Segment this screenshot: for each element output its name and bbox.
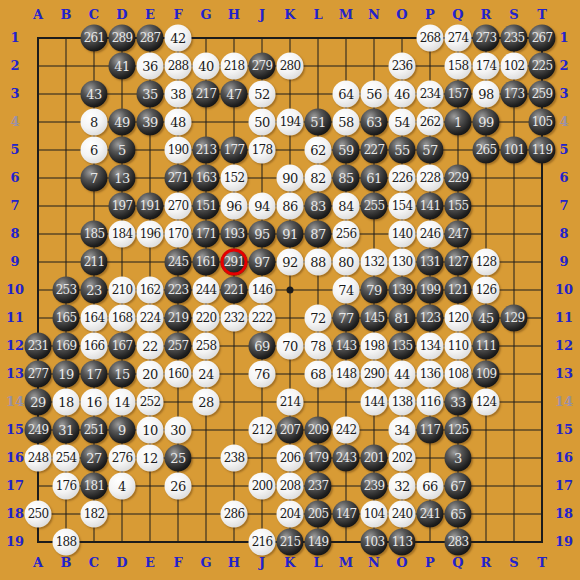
black-stone[interactable]: 125 [445, 417, 472, 444]
black-stone[interactable]: 65 [445, 501, 472, 528]
black-stone[interactable]: 231 [25, 333, 52, 360]
move-number: 270 [165, 193, 192, 220]
row-label-right: 11 [550, 310, 578, 326]
move-number: 128 [473, 249, 500, 276]
move-number: 157 [445, 81, 472, 108]
move-number: 255 [361, 193, 388, 220]
white-stone[interactable]: 216 [249, 529, 276, 556]
white-stone[interactable]: 6 [81, 137, 108, 164]
white-stone[interactable]: 14 [109, 389, 136, 416]
white-stone[interactable]: 234 [417, 81, 444, 108]
white-stone[interactable]: 18 [53, 389, 80, 416]
black-stone[interactable]: 79 [361, 277, 388, 304]
white-stone[interactable]: 202 [389, 445, 416, 472]
white-stone[interactable]: 166 [81, 333, 108, 360]
black-stone[interactable]: 41 [109, 53, 136, 80]
black-stone[interactable]: 135 [389, 333, 416, 360]
white-stone[interactable]: 144 [361, 389, 388, 416]
white-stone[interactable]: 258 [193, 333, 220, 360]
white-stone[interactable]: 66 [417, 473, 444, 500]
black-stone[interactable]: 197 [109, 193, 136, 220]
move-number: 146 [249, 277, 276, 304]
black-stone[interactable]: 163 [193, 165, 220, 192]
black-stone[interactable]: 255 [361, 193, 388, 220]
white-stone[interactable]: 40 [193, 53, 220, 80]
move-number: 174 [473, 53, 500, 80]
white-stone[interactable]: 68 [305, 361, 332, 388]
black-stone[interactable]: 213 [193, 137, 220, 164]
white-stone[interactable]: 136 [417, 361, 444, 388]
black-stone[interactable]: 155 [445, 193, 472, 220]
black-stone[interactable]: 5 [109, 137, 136, 164]
move-number: 148 [333, 361, 360, 388]
move-number: 38 [165, 81, 192, 108]
black-stone[interactable]: 69 [249, 333, 276, 360]
move-number: 40 [193, 53, 220, 80]
move-number: 55 [389, 137, 416, 164]
black-stone[interactable]: 287 [137, 25, 164, 52]
white-stone[interactable]: 64 [333, 81, 360, 108]
black-stone[interactable]: 179 [305, 445, 332, 472]
white-stone[interactable]: 206 [277, 445, 304, 472]
black-stone[interactable]: 31 [53, 417, 80, 444]
row-label-right: 10 [550, 282, 578, 298]
white-stone[interactable]: 44 [389, 361, 416, 388]
white-stone[interactable]: 12 [137, 445, 164, 472]
black-stone[interactable]: 63 [361, 109, 388, 136]
move-number: 140 [389, 221, 416, 248]
black-stone[interactable]: 253 [53, 277, 80, 304]
go-board[interactable]: AABBCCDDEEFFGGHHJJKKLLMMNNOOPPQQRRSSTT11… [0, 0, 580, 580]
black-stone[interactable]: 119 [529, 137, 556, 164]
black-stone[interactable]: 235 [501, 25, 528, 52]
move-number: 74 [333, 277, 360, 304]
white-stone[interactable]: 178 [249, 137, 276, 164]
black-stone[interactable]: 109 [473, 361, 500, 388]
row-label-left: 9 [1, 254, 29, 270]
white-stone[interactable]: 248 [25, 445, 52, 472]
white-stone[interactable]: 108 [445, 361, 472, 388]
black-stone[interactable]: 25 [165, 445, 192, 472]
white-stone[interactable]: 110 [445, 333, 472, 360]
white-stone[interactable]: 160 [165, 361, 192, 388]
column-label-bottom: A [24, 555, 52, 571]
column-label-bottom: Q [444, 555, 472, 571]
black-stone[interactable]: 227 [361, 137, 388, 164]
white-stone[interactable]: 10 [137, 417, 164, 444]
white-stone[interactable]: 28 [193, 389, 220, 416]
move-number: 170 [165, 221, 192, 248]
white-stone[interactable]: 148 [333, 361, 360, 388]
white-stone[interactable]: 196 [137, 221, 164, 248]
black-stone[interactable]: 121 [445, 277, 472, 304]
white-stone[interactable]: 56 [361, 81, 388, 108]
white-stone[interactable]: 222 [249, 305, 276, 332]
white-stone[interactable]: 32 [389, 473, 416, 500]
black-stone[interactable]: 171 [193, 221, 220, 248]
move-number: 32 [389, 473, 416, 500]
white-stone[interactable]: 80 [333, 249, 360, 276]
black-stone[interactable]: 97 [249, 249, 276, 276]
black-stone[interactable]: 27 [81, 445, 108, 472]
white-stone[interactable]: 46 [389, 81, 416, 108]
black-stone[interactable]: 251 [81, 417, 108, 444]
row-label-right: 15 [550, 422, 578, 438]
move-number: 29 [25, 389, 52, 416]
black-stone[interactable]: 123 [417, 305, 444, 332]
white-stone[interactable]: 220 [193, 305, 220, 332]
black-stone[interactable]: 289 [109, 25, 136, 52]
black-stone[interactable]: 177 [221, 137, 248, 164]
black-stone[interactable]: 57 [417, 137, 444, 164]
black-stone[interactable]: 237 [305, 473, 332, 500]
black-stone[interactable]: 141 [417, 193, 444, 220]
move-number: 52 [249, 81, 276, 108]
white-stone[interactable]: 102 [501, 53, 528, 80]
white-stone[interactable]: 200 [249, 473, 276, 500]
white-stone[interactable]: 250 [25, 501, 52, 528]
black-stone[interactable]: 215 [277, 529, 304, 556]
white-stone[interactable]: 20 [137, 361, 164, 388]
white-stone[interactable]: 288 [165, 53, 192, 80]
black-stone[interactable]: 101 [501, 137, 528, 164]
black-stone[interactable]: 39 [137, 109, 164, 136]
white-stone[interactable]: 152 [221, 165, 248, 192]
black-stone[interactable]: 67 [445, 473, 472, 500]
white-stone[interactable]: 86 [277, 193, 304, 220]
black-stone[interactable]: 77 [333, 305, 360, 332]
column-label-bottom: P [416, 555, 444, 571]
black-stone[interactable]: 191 [137, 193, 164, 220]
white-stone[interactable]: 120 [445, 305, 472, 332]
black-stone[interactable]: 167 [109, 333, 136, 360]
black-stone[interactable]: 265 [473, 137, 500, 164]
black-stone[interactable]: 157 [445, 81, 472, 108]
black-stone[interactable]: 193 [221, 221, 248, 248]
white-stone[interactable]: 240 [389, 501, 416, 528]
black-stone[interactable]: 225 [529, 53, 556, 80]
black-stone[interactable]: 239 [361, 473, 388, 500]
white-stone[interactable]: 104 [361, 501, 388, 528]
white-stone[interactable]: 270 [165, 193, 192, 220]
white-stone[interactable]: 8 [81, 109, 108, 136]
move-number: 204 [277, 501, 304, 528]
white-stone[interactable]: 30 [165, 417, 192, 444]
move-number: 64 [333, 81, 360, 108]
black-stone[interactable]: 139 [389, 277, 416, 304]
black-stone[interactable]: 247 [445, 221, 472, 248]
row-label-left: 8 [1, 226, 29, 242]
black-stone[interactable]: 83 [305, 193, 332, 220]
white-stone[interactable]: 254 [53, 445, 80, 472]
black-stone[interactable]: 45 [473, 305, 500, 332]
white-stone[interactable]: 94 [249, 193, 276, 220]
move-number: 196 [137, 221, 164, 248]
move-number: 139 [389, 277, 416, 304]
move-number: 199 [417, 277, 444, 304]
black-stone[interactable]: 103 [361, 529, 388, 556]
row-label-right: 9 [550, 254, 578, 270]
black-stone[interactable]: 113 [389, 529, 416, 556]
black-stone[interactable]: 55 [389, 137, 416, 164]
move-number: 277 [25, 361, 52, 388]
column-label-bottom: S [500, 555, 528, 571]
white-stone[interactable]: 74 [333, 277, 360, 304]
black-stone[interactable]: 243 [333, 445, 360, 472]
white-stone[interactable]: 50 [249, 109, 276, 136]
black-stone[interactable]: 249 [25, 417, 52, 444]
white-stone[interactable]: 164 [81, 305, 108, 332]
move-number: 19 [53, 361, 80, 388]
white-stone[interactable]: 124 [473, 389, 500, 416]
black-stone[interactable]: 205 [305, 501, 332, 528]
black-stone[interactable]: 105 [529, 109, 556, 136]
white-stone[interactable]: 274 [445, 25, 472, 52]
column-label-bottom: C [80, 555, 108, 571]
black-stone[interactable]: 35 [137, 81, 164, 108]
white-stone[interactable]: 236 [389, 53, 416, 80]
black-stone[interactable]: 169 [53, 333, 80, 360]
black-stone[interactable]: 127 [445, 249, 472, 276]
black-stone[interactable]: 147 [333, 501, 360, 528]
black-stone[interactable]: 259 [529, 81, 556, 108]
black-stone[interactable]: 29 [25, 389, 52, 416]
white-stone[interactable]: 224 [137, 305, 164, 332]
white-stone[interactable]: 24 [193, 361, 220, 388]
white-stone[interactable]: 204 [277, 501, 304, 528]
white-stone[interactable]: 116 [417, 389, 444, 416]
white-stone[interactable]: 176 [53, 473, 80, 500]
move-number: 30 [165, 417, 192, 444]
column-label-top: P [416, 7, 444, 23]
white-stone[interactable]: 82 [305, 165, 332, 192]
black-stone[interactable]: 279 [249, 53, 276, 80]
white-stone[interactable]: 210 [109, 277, 136, 304]
white-stone[interactable]: 72 [305, 305, 332, 332]
white-stone[interactable]: 22 [137, 333, 164, 360]
move-number: 193 [221, 221, 248, 248]
black-stone[interactable]: 111 [473, 333, 500, 360]
white-stone[interactable]: 238 [221, 445, 248, 472]
black-stone[interactable]: 221 [221, 277, 248, 304]
move-number: 261 [81, 25, 108, 52]
move-number: 129 [501, 305, 528, 332]
black-stone[interactable]: 267 [529, 25, 556, 52]
move-number: 105 [529, 109, 556, 136]
black-stone[interactable]: 223 [165, 277, 192, 304]
white-stone[interactable]: 26 [165, 473, 192, 500]
black-stone[interactable]: 91 [277, 221, 304, 248]
black-stone[interactable]: 277 [25, 361, 52, 388]
row-label-right: 8 [550, 226, 578, 242]
black-stone[interactable]: 17 [81, 361, 108, 388]
white-stone[interactable]: 162 [137, 277, 164, 304]
white-stone[interactable]: 78 [305, 333, 332, 360]
black-stone[interactable]: 207 [277, 417, 304, 444]
black-stone[interactable]: 149 [305, 529, 332, 556]
white-stone[interactable]: 170 [165, 221, 192, 248]
white-stone[interactable]: 158 [445, 53, 472, 80]
move-number: 241 [417, 501, 444, 528]
white-stone[interactable]: 256 [333, 221, 360, 248]
black-stone[interactable]: 185 [81, 221, 108, 248]
white-stone[interactable]: 226 [389, 165, 416, 192]
black-stone[interactable]: 261 [81, 25, 108, 52]
black-stone[interactable]: 165 [53, 305, 80, 332]
white-stone[interactable]: 190 [165, 137, 192, 164]
black-stone[interactable]: 181 [81, 473, 108, 500]
white-stone[interactable]: 154 [389, 193, 416, 220]
black-stone[interactable]: 219 [165, 305, 192, 332]
black-stone[interactable]: 85 [333, 165, 360, 192]
black-stone[interactable]: 87 [305, 221, 332, 248]
white-stone[interactable]: 34 [389, 417, 416, 444]
black-stone[interactable]: 43 [81, 81, 108, 108]
black-stone[interactable]: 49 [109, 109, 136, 136]
white-stone[interactable]: 268 [417, 25, 444, 52]
white-stone[interactable]: 184 [109, 221, 136, 248]
white-stone[interactable]: 58 [333, 109, 360, 136]
black-stone[interactable]: 229 [445, 165, 472, 192]
white-stone[interactable]: 16 [81, 389, 108, 416]
white-stone[interactable]: 138 [389, 389, 416, 416]
black-stone[interactable]: 151 [193, 193, 220, 220]
black-stone[interactable]: 129 [501, 305, 528, 332]
white-stone[interactable]: 280 [277, 53, 304, 80]
move-number: 185 [81, 221, 108, 248]
black-stone[interactable]: 131 [417, 249, 444, 276]
white-stone[interactable]: 134 [417, 333, 444, 360]
black-stone[interactable]: 209 [305, 417, 332, 444]
last-move-stone[interactable]: 291 [221, 249, 248, 276]
white-stone[interactable]: 232 [221, 305, 248, 332]
black-stone[interactable]: 81 [389, 305, 416, 332]
white-stone[interactable]: 36 [137, 53, 164, 80]
black-stone[interactable]: 199 [417, 277, 444, 304]
white-stone[interactable]: 140 [389, 221, 416, 248]
white-stone[interactable]: 194 [277, 109, 304, 136]
move-number: 171 [193, 221, 220, 248]
black-stone[interactable]: 19 [53, 361, 80, 388]
white-stone[interactable]: 98 [473, 81, 500, 108]
move-number: 273 [473, 25, 500, 52]
white-stone[interactable]: 48 [165, 109, 192, 136]
column-label-bottom: H [220, 555, 248, 571]
white-stone[interactable]: 126 [473, 277, 500, 304]
black-stone[interactable]: 173 [501, 81, 528, 108]
white-stone[interactable]: 76 [249, 361, 276, 388]
white-stone[interactable]: 84 [333, 193, 360, 220]
white-stone[interactable]: 70 [277, 333, 304, 360]
white-stone[interactable]: 128 [473, 249, 500, 276]
white-stone[interactable]: 242 [333, 417, 360, 444]
white-stone[interactable]: 132 [361, 249, 388, 276]
white-stone[interactable]: 218 [221, 53, 248, 80]
white-stone[interactable]: 38 [165, 81, 192, 108]
white-stone[interactable]: 130 [389, 249, 416, 276]
move-number: 254 [53, 445, 80, 472]
white-stone[interactable]: 146 [249, 277, 276, 304]
white-stone[interactable]: 52 [249, 81, 276, 108]
black-stone[interactable]: 95 [249, 221, 276, 248]
white-stone[interactable]: 42 [165, 25, 192, 52]
white-stone[interactable]: 214 [277, 389, 304, 416]
move-number: 50 [249, 109, 276, 136]
white-stone[interactable]: 174 [473, 53, 500, 80]
move-number: 167 [109, 333, 136, 360]
white-stone[interactable]: 92 [277, 249, 304, 276]
black-stone[interactable]: 15 [109, 361, 136, 388]
black-stone[interactable]: 257 [165, 333, 192, 360]
black-stone[interactable]: 51 [305, 109, 332, 136]
black-stone[interactable]: 23 [81, 277, 108, 304]
black-stone[interactable]: 217 [193, 81, 220, 108]
black-stone[interactable]: 283 [445, 529, 472, 556]
white-stone[interactable]: 228 [417, 165, 444, 192]
white-stone[interactable]: 4 [109, 473, 136, 500]
black-stone[interactable]: 201 [361, 445, 388, 472]
black-stone[interactable]: 61 [361, 165, 388, 192]
white-stone[interactable]: 276 [109, 445, 136, 472]
black-stone[interactable]: 271 [165, 165, 192, 192]
white-stone[interactable]: 88 [305, 249, 332, 276]
black-stone[interactable]: 241 [417, 501, 444, 528]
white-stone[interactable]: 208 [277, 473, 304, 500]
move-number: 7 [81, 165, 108, 192]
white-stone[interactable]: 246 [417, 221, 444, 248]
white-stone[interactable]: 252 [137, 389, 164, 416]
black-stone[interactable]: 47 [221, 81, 248, 108]
black-stone[interactable]: 161 [193, 249, 220, 276]
black-stone[interactable]: 7 [81, 165, 108, 192]
white-stone[interactable]: 54 [389, 109, 416, 136]
white-stone[interactable]: 62 [305, 137, 332, 164]
column-label-top: R [472, 7, 500, 23]
white-stone[interactable]: 286 [221, 501, 248, 528]
white-stone[interactable]: 262 [417, 109, 444, 136]
black-stone[interactable]: 99 [473, 109, 500, 136]
black-stone[interactable]: 13 [109, 165, 136, 192]
white-stone[interactable]: 182 [81, 501, 108, 528]
move-number: 267 [529, 25, 556, 52]
column-label-bottom: R [472, 555, 500, 571]
black-stone[interactable]: 245 [165, 249, 192, 276]
column-label-top: K [276, 7, 304, 23]
white-stone[interactable]: 244 [193, 277, 220, 304]
black-stone[interactable]: 59 [333, 137, 360, 164]
white-stone[interactable]: 96 [221, 193, 248, 220]
black-stone[interactable]: 1 [445, 109, 472, 136]
black-stone[interactable]: 117 [417, 417, 444, 444]
black-stone[interactable]: 3 [445, 445, 472, 472]
column-label-top: H [220, 7, 248, 23]
move-number: 57 [417, 137, 444, 164]
black-stone[interactable]: 211 [81, 249, 108, 276]
white-stone[interactable]: 290 [361, 361, 388, 388]
move-number: 198 [361, 333, 388, 360]
white-stone[interactable]: 212 [249, 417, 276, 444]
white-stone[interactable]: 198 [361, 333, 388, 360]
white-stone[interactable]: 188 [53, 529, 80, 556]
white-stone[interactable]: 90 [277, 165, 304, 192]
black-stone[interactable]: 33 [445, 389, 472, 416]
white-stone[interactable]: 168 [109, 305, 136, 332]
black-stone[interactable]: 145 [361, 305, 388, 332]
black-stone[interactable]: 143 [333, 333, 360, 360]
black-stone[interactable]: 9 [109, 417, 136, 444]
move-number: 210 [109, 277, 136, 304]
black-stone[interactable]: 273 [473, 25, 500, 52]
